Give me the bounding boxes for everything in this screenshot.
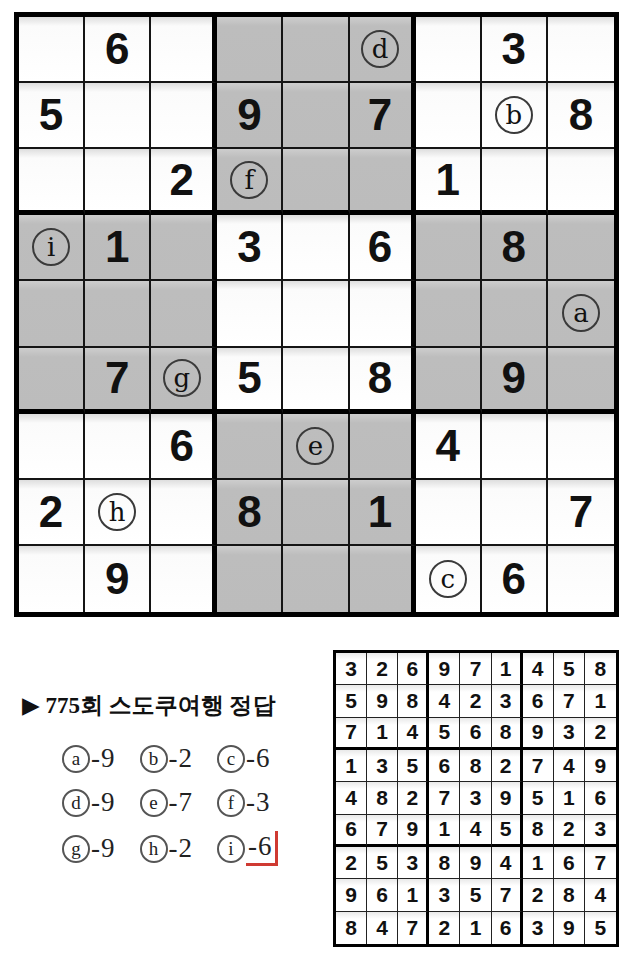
solution-cell-r9c1: 8 [336, 912, 367, 944]
solution-cell-r4c3: 5 [398, 750, 429, 782]
solution-cell-r6c5: 4 [460, 815, 491, 847]
solution-cell-r3c3: 4 [398, 718, 429, 750]
puzzle-cell-r1c7[interactable] [416, 17, 482, 83]
puzzle-cell-r7c5[interactable]: e [283, 414, 349, 480]
puzzle-cell-r1c4[interactable] [217, 17, 283, 83]
circled-letter-d: d [361, 30, 399, 68]
circled-letter-i: i [217, 835, 245, 863]
solution-cell-r3c9: 2 [585, 718, 616, 750]
answer-value-red-marked: -6 [246, 831, 278, 866]
circled-letter-e: e [140, 789, 168, 817]
puzzle-cell-r7c9[interactable] [548, 414, 614, 480]
puzzle-cell-r7c1[interactable] [19, 414, 85, 480]
puzzle-cell-r8c5[interactable] [283, 480, 349, 546]
puzzle-cell-r5c2[interactable] [85, 281, 151, 347]
puzzle-cell-r4c1[interactable]: i [19, 215, 85, 281]
given-digit: 6 [105, 27, 129, 71]
puzzle-cell-r9c4[interactable] [217, 546, 283, 612]
circled-letter-a: a [62, 745, 90, 773]
solution-cell-r1c3: 6 [398, 653, 429, 685]
puzzle-cell-r4c6[interactable]: 6 [350, 215, 416, 281]
solution-cell-r7c5: 9 [460, 847, 491, 879]
puzzle-cell-r5c5[interactable] [283, 281, 349, 347]
sudoku-page: 6d3597b82f1i1368a7g5896e42h8179c6 ▶ 775회… [0, 0, 630, 957]
given-digit: 1 [368, 490, 392, 534]
given-digit: 9 [105, 557, 129, 601]
solution-cell-r6c1: 6 [336, 815, 367, 847]
circled-letter-a: a [562, 294, 600, 332]
puzzle-cell-r1c3[interactable] [151, 17, 217, 83]
solution-cell-r9c7: 3 [523, 912, 554, 944]
answer-item-e: e-7 [140, 787, 194, 818]
answer-value: -9 [91, 833, 116, 864]
solution-cell-r7c1: 2 [336, 847, 367, 879]
solution-cell-r2c5: 2 [460, 685, 491, 717]
solution-cell-r3c1: 7 [336, 718, 367, 750]
puzzle-cell-r9c6[interactable] [350, 546, 416, 612]
solution-cell-r9c8: 9 [554, 912, 585, 944]
puzzle-cell-r9c3[interactable] [151, 546, 217, 612]
solution-cell-r4c2: 3 [367, 750, 398, 782]
puzzle-cell-r6c8[interactable]: 9 [482, 348, 548, 414]
given-digit: 8 [569, 93, 593, 137]
puzzle-cell-r2c1[interactable]: 5 [19, 83, 85, 149]
solution-cell-r2c8: 7 [554, 685, 585, 717]
puzzle-cell-r9c2[interactable]: 9 [85, 546, 151, 612]
given-digit: 4 [435, 424, 459, 468]
puzzle-cell-r6c5[interactable] [283, 348, 349, 414]
solution-cell-r9c9: 5 [585, 912, 616, 944]
solution-cell-r3c7: 9 [523, 718, 554, 750]
puzzle-cell-r6c6[interactable]: 8 [350, 348, 416, 414]
puzzle-cell-r2c4[interactable]: 9 [217, 83, 283, 149]
puzzle-cell-r8c2[interactable]: h [85, 480, 151, 546]
solution-cell-r8c9: 4 [585, 879, 616, 911]
solution-cell-r5c3: 2 [398, 782, 429, 814]
puzzle-cell-r3c8[interactable] [482, 149, 548, 215]
answer-item-d: d-9 [62, 787, 116, 818]
puzzle-cell-r5c9[interactable]: a [548, 281, 614, 347]
puzzle-cell-r5c6[interactable] [350, 281, 416, 347]
answer-item-h: h-2 [140, 833, 194, 864]
puzzle-cell-r3c5[interactable] [283, 149, 349, 215]
answer-row: d-9e-7f-3 [62, 787, 322, 818]
puzzle-cell-r9c5[interactable] [283, 546, 349, 612]
solution-cell-r5c4: 7 [429, 782, 460, 814]
answer-value: -3 [246, 787, 271, 818]
circled-letter-h: h [140, 835, 168, 863]
puzzle-cell-r3c6[interactable] [350, 149, 416, 215]
puzzle-cell-r2c9[interactable]: 8 [548, 83, 614, 149]
puzzle-cell-r7c4[interactable] [217, 414, 283, 480]
solution-cell-r8c7: 2 [523, 879, 554, 911]
puzzle-cell-r5c3[interactable] [151, 281, 217, 347]
puzzle-cell-r9c7[interactable]: c [416, 546, 482, 612]
given-digit: 8 [368, 356, 392, 400]
given-digit: 8 [237, 490, 261, 534]
given-digit: 8 [502, 225, 526, 269]
puzzle-cell-r5c1[interactable] [19, 281, 85, 347]
given-digit: 6 [170, 424, 194, 468]
solution-cell-r9c3: 7 [398, 912, 429, 944]
puzzle-cell-r4c5[interactable] [283, 215, 349, 281]
solution-cell-r7c6: 4 [492, 847, 523, 879]
solution-cell-r9c4: 2 [429, 912, 460, 944]
solution-cell-r7c8: 6 [554, 847, 585, 879]
main-sudoku-grid: 6d3597b82f1i1368a7g5896e42h8179c6 [14, 12, 619, 617]
puzzle-cell-r3c7[interactable]: 1 [416, 149, 482, 215]
solution-cell-r6c3: 9 [398, 815, 429, 847]
solution-cell-r7c2: 5 [367, 847, 398, 879]
answer-item-a: a-9 [62, 743, 116, 774]
solution-cell-r8c4: 3 [429, 879, 460, 911]
solution-cell-r1c1: 3 [336, 653, 367, 685]
solution-cell-r8c1: 9 [336, 879, 367, 911]
circled-letter-g: g [163, 359, 201, 397]
solution-cell-r5c9: 6 [585, 782, 616, 814]
answer-key-heading: ▶ 775회 스도쿠여행 정답 [22, 690, 322, 721]
given-digit: 1 [435, 158, 459, 202]
given-digit: 3 [502, 27, 526, 71]
puzzle-cell-r5c8[interactable] [482, 281, 548, 347]
puzzle-cell-r4c4[interactable]: 3 [217, 215, 283, 281]
puzzle-cell-r1c5[interactable] [283, 17, 349, 83]
circled-letter-g: g [62, 835, 90, 863]
solution-cell-r5c5: 3 [460, 782, 491, 814]
circled-letter-d: d [62, 789, 90, 817]
puzzle-cell-r2c5[interactable] [283, 83, 349, 149]
solution-cell-r5c1: 4 [336, 782, 367, 814]
puzzle-cell-r3c1[interactable] [19, 149, 85, 215]
answer-row: a-9b-2c-6 [62, 743, 322, 774]
puzzle-cell-r4c3[interactable] [151, 215, 217, 281]
solution-cell-r7c7: 1 [523, 847, 554, 879]
puzzle-cell-r2c6[interactable]: 7 [350, 83, 416, 149]
answer-item-g: g-9 [62, 833, 116, 864]
puzzle-cell-r6c7[interactable] [416, 348, 482, 414]
answer-item-b: b-2 [140, 743, 194, 774]
answer-item-f: f-3 [217, 787, 271, 818]
puzzle-cell-r8c3[interactable] [151, 480, 217, 546]
circled-letter-e: e [296, 427, 334, 465]
puzzle-cell-r5c4[interactable] [217, 281, 283, 347]
solution-cell-r5c6: 9 [492, 782, 523, 814]
answer-key-section: ▶ 775회 스도쿠여행 정답 a-9b-2c-6d-9e-7f-3g-9h-2… [22, 690, 322, 879]
solution-cell-r1c5: 7 [460, 653, 491, 685]
solution-cell-r5c7: 5 [523, 782, 554, 814]
circled-letter-i: i [32, 228, 70, 266]
given-digit: 6 [502, 557, 526, 601]
given-digit: 5 [237, 356, 261, 400]
solution-cell-r5c8: 1 [554, 782, 585, 814]
puzzle-cell-r8c6[interactable]: 1 [350, 480, 416, 546]
puzzle-cell-r8c1[interactable]: 2 [19, 480, 85, 546]
solution-cell-r4c5: 8 [460, 750, 491, 782]
solution-cell-r8c2: 6 [367, 879, 398, 911]
solution-cell-r1c7: 4 [523, 653, 554, 685]
puzzle-cell-r9c9[interactable] [548, 546, 614, 612]
solution-cell-r4c9: 9 [585, 750, 616, 782]
puzzle-cell-r3c4[interactable]: f [217, 149, 283, 215]
given-digit: 3 [237, 225, 261, 269]
puzzle-cell-r4c8[interactable]: 8 [482, 215, 548, 281]
solution-cell-r7c9: 7 [585, 847, 616, 879]
puzzle-cell-r7c3[interactable]: 6 [151, 414, 217, 480]
given-digit: 2 [39, 490, 63, 534]
solution-cell-r2c6: 3 [492, 685, 523, 717]
puzzle-cell-r2c3[interactable] [151, 83, 217, 149]
answer-value: -6 [246, 743, 271, 774]
solution-cell-r8c6: 7 [492, 879, 523, 911]
puzzle-cell-r6c2[interactable]: 7 [85, 348, 151, 414]
circled-letter-h: h [98, 493, 136, 531]
given-digit: 9 [237, 93, 261, 137]
puzzle-cell-r2c2[interactable] [85, 83, 151, 149]
puzzle-cell-r8c9[interactable]: 7 [548, 480, 614, 546]
puzzle-cell-r7c8[interactable] [482, 414, 548, 480]
puzzle-cell-r2c7[interactable] [416, 83, 482, 149]
solution-cell-r8c8: 8 [554, 879, 585, 911]
answer-item-c: c-6 [217, 743, 271, 774]
puzzle-cell-r7c6[interactable] [350, 414, 416, 480]
solution-cell-r8c5: 5 [460, 879, 491, 911]
solution-cell-r7c3: 3 [398, 847, 429, 879]
solution-cell-r6c2: 7 [367, 815, 398, 847]
solution-cell-r1c2: 2 [367, 653, 398, 685]
solution-cell-r6c8: 2 [554, 815, 585, 847]
puzzle-cell-r6c3[interactable]: g [151, 348, 217, 414]
puzzle-cell-r8c4[interactable]: 8 [217, 480, 283, 546]
circled-letter-b: b [140, 745, 168, 773]
puzzle-cell-r4c2[interactable]: 1 [85, 215, 151, 281]
answer-value: -9 [91, 743, 116, 774]
given-digit: 9 [502, 356, 526, 400]
solution-cell-r1c8: 5 [554, 653, 585, 685]
solution-cell-r2c4: 4 [429, 685, 460, 717]
puzzle-cell-r1c2[interactable]: 6 [85, 17, 151, 83]
answer-value: -2 [169, 743, 194, 774]
puzzle-cell-r8c8[interactable] [482, 480, 548, 546]
solution-cell-r4c8: 4 [554, 750, 585, 782]
puzzle-cell-r7c2[interactable] [85, 414, 151, 480]
solution-cell-r4c6: 2 [492, 750, 523, 782]
solution-cell-r6c4: 1 [429, 815, 460, 847]
solution-cell-r9c5: 1 [460, 912, 491, 944]
solution-cell-r6c6: 5 [492, 815, 523, 847]
solution-cell-r1c9: 8 [585, 653, 616, 685]
given-digit: 7 [105, 356, 129, 400]
puzzle-cell-r3c9[interactable] [548, 149, 614, 215]
solution-cell-r2c2: 9 [367, 685, 398, 717]
solution-cell-r4c7: 7 [523, 750, 554, 782]
solution-cell-r1c6: 1 [492, 653, 523, 685]
solution-cell-r6c9: 3 [585, 815, 616, 847]
puzzle-cell-r9c8[interactable]: 6 [482, 546, 548, 612]
solution-cell-r3c4: 5 [429, 718, 460, 750]
solution-cell-r3c2: 1 [367, 718, 398, 750]
answer-key-rows: a-9b-2c-6d-9e-7f-3g-9h-2i-6 [62, 743, 322, 866]
given-digit: 5 [39, 93, 63, 137]
solution-cell-r1c4: 9 [429, 653, 460, 685]
given-digit: 7 [368, 93, 392, 137]
solution-cell-r3c8: 3 [554, 718, 585, 750]
puzzle-cell-r6c4[interactable]: 5 [217, 348, 283, 414]
given-digit: 6 [368, 225, 392, 269]
given-digit: 2 [170, 158, 194, 202]
circled-letter-b: b [495, 96, 533, 134]
solution-sudoku-grid: 3269714585984236717145689321356827494827… [333, 650, 619, 947]
circled-letter-f: f [217, 789, 245, 817]
answer-value: -7 [169, 787, 194, 818]
puzzle-cell-r4c9[interactable] [548, 215, 614, 281]
answer-row: g-9h-2i-6 [62, 831, 322, 866]
puzzle-cell-r6c9[interactable] [548, 348, 614, 414]
solution-cell-r9c6: 6 [492, 912, 523, 944]
circled-letter-c: c [429, 560, 467, 598]
solution-cell-r5c2: 8 [367, 782, 398, 814]
puzzle-cell-r5c7[interactable] [416, 281, 482, 347]
solution-cell-r8c3: 1 [398, 879, 429, 911]
puzzle-cell-r1c9[interactable] [548, 17, 614, 83]
puzzle-cell-r1c1[interactable] [19, 17, 85, 83]
circled-letter-f: f [230, 161, 268, 199]
puzzle-cell-r6c1[interactable] [19, 348, 85, 414]
puzzle-cell-r9c1[interactable] [19, 546, 85, 612]
solution-cell-r2c9: 1 [585, 685, 616, 717]
answer-value: -9 [91, 787, 116, 818]
solution-cell-r4c1: 1 [336, 750, 367, 782]
puzzle-cell-r2c8[interactable]: b [482, 83, 548, 149]
given-digit: 1 [105, 225, 129, 269]
puzzle-cell-r1c8[interactable]: 3 [482, 17, 548, 83]
circled-letter-c: c [217, 745, 245, 773]
puzzle-cell-r7c7[interactable]: 4 [416, 414, 482, 480]
solution-cell-r4c4: 6 [429, 750, 460, 782]
given-digit: 7 [569, 490, 593, 534]
puzzle-cell-r8c7[interactable] [416, 480, 482, 546]
solution-cell-r7c4: 8 [429, 847, 460, 879]
solution-cell-r9c2: 4 [367, 912, 398, 944]
answer-value: -2 [169, 833, 194, 864]
puzzle-cell-r1c6[interactable]: d [350, 17, 416, 83]
solution-cell-r3c6: 8 [492, 718, 523, 750]
answer-item-i: i-6 [217, 831, 278, 866]
solution-cell-r2c7: 6 [523, 685, 554, 717]
puzzle-cell-r3c3[interactable]: 2 [151, 149, 217, 215]
solution-cell-r3c5: 6 [460, 718, 491, 750]
puzzle-cell-r3c2[interactable] [85, 149, 151, 215]
solution-cell-r2c3: 8 [398, 685, 429, 717]
solution-cell-r6c7: 8 [523, 815, 554, 847]
puzzle-cell-r4c7[interactable] [416, 215, 482, 281]
solution-cell-r2c1: 5 [336, 685, 367, 717]
